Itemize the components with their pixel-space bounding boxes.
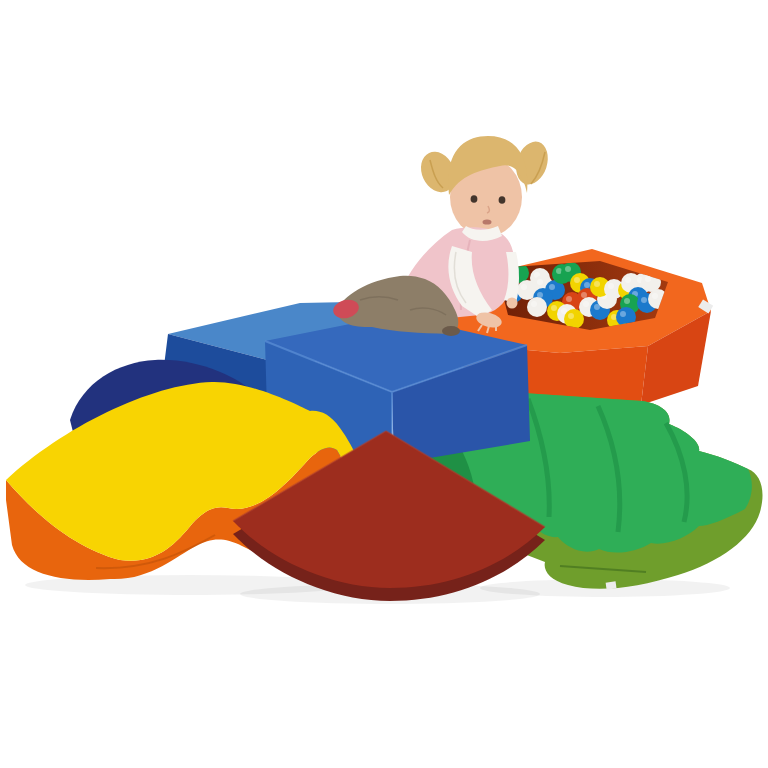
play-ball <box>527 297 547 317</box>
ball-highlight <box>566 296 572 302</box>
ball-highlight <box>652 293 658 299</box>
ball-highlight <box>565 266 571 272</box>
fabric-tag <box>606 581 617 589</box>
ball-highlight <box>581 292 587 298</box>
ball-highlight <box>645 276 651 282</box>
toddler-shoe-back <box>442 326 460 336</box>
ball-highlight <box>537 279 543 285</box>
toddler-eye-right <box>499 196 506 204</box>
ball-highlight <box>549 284 555 290</box>
toddler-eye-left <box>471 195 478 203</box>
ball-highlight <box>584 282 590 288</box>
toddler-left-hand <box>507 298 518 309</box>
ball-highlight <box>521 284 527 290</box>
ball-highlight <box>624 298 630 304</box>
ball-highlight <box>608 283 614 289</box>
ball-highlight <box>574 277 580 283</box>
soft-play-scene <box>0 0 768 768</box>
product-photo-stage <box>0 0 768 768</box>
ball-highlight <box>625 277 631 283</box>
ball-highlight <box>641 297 647 303</box>
ball-highlight <box>583 301 589 307</box>
toddler-mouth <box>483 219 492 224</box>
ball-highlight <box>531 301 537 307</box>
ball-highlight <box>620 311 626 317</box>
ball-highlight <box>551 305 557 311</box>
ball-highlight <box>594 281 600 287</box>
ball-highlight <box>568 313 574 319</box>
